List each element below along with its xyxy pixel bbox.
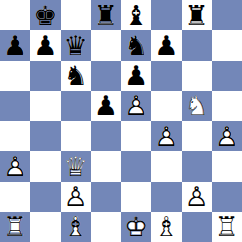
piece-outline-layer: ♟ (30, 30, 60, 60)
piece-outline-layer: ♙ (212, 121, 242, 151)
black-pawn[interactable]: ♙♟ (91, 91, 121, 121)
white-rook[interactable]: ♜♖ (212, 212, 242, 242)
square-h3[interactable] (212, 151, 242, 181)
square-g8[interactable]: ♖♜ (182, 0, 212, 30)
white-bishop[interactable]: ♝♗ (61, 212, 91, 242)
square-g2[interactable]: ♟♙ (182, 182, 212, 212)
square-f1[interactable]: ♝♗ (151, 212, 181, 242)
white-pawn[interactable]: ♟♙ (151, 121, 181, 151)
piece-outline-layer: ♙ (121, 91, 151, 121)
piece-outline-layer: ♞ (61, 61, 91, 91)
square-b4[interactable] (30, 121, 60, 151)
black-rook[interactable]: ♖♜ (91, 0, 121, 30)
white-pawn[interactable]: ♟♙ (121, 91, 151, 121)
square-h1[interactable]: ♜♖ (212, 212, 242, 242)
square-a8[interactable] (0, 0, 30, 30)
square-a4[interactable] (0, 121, 30, 151)
square-b6[interactable] (30, 61, 60, 91)
white-queen[interactable]: ♛♕ (61, 151, 91, 181)
white-bishop[interactable]: ♝♗ (151, 212, 181, 242)
square-d3[interactable] (91, 151, 121, 181)
square-d8[interactable]: ♖♜ (91, 0, 121, 30)
black-queen[interactable]: ♕♛ (61, 30, 91, 60)
piece-outline-layer: ♟ (151, 30, 181, 60)
white-king[interactable]: ♚♔ (121, 212, 151, 242)
square-c2[interactable]: ♟♙ (61, 182, 91, 212)
square-g1[interactable] (182, 212, 212, 242)
white-pawn[interactable]: ♟♙ (182, 182, 212, 212)
black-king[interactable]: ♔♚ (30, 0, 60, 30)
square-a5[interactable] (0, 91, 30, 121)
square-e4[interactable] (121, 121, 151, 151)
square-e5[interactable]: ♟♙ (121, 91, 151, 121)
square-b7[interactable]: ♙♟ (30, 30, 60, 60)
square-c4[interactable] (61, 121, 91, 151)
square-d7[interactable] (91, 30, 121, 60)
square-a7[interactable]: ♙♟ (0, 30, 30, 60)
white-pawn[interactable]: ♟♙ (0, 151, 30, 181)
square-c1[interactable]: ♝♗ (61, 212, 91, 242)
piece-outline-layer: ♔ (121, 212, 151, 242)
piece-outline-layer: ♗ (61, 212, 91, 242)
piece-outline-layer: ♚ (30, 0, 60, 30)
square-a6[interactable] (0, 61, 30, 91)
square-a2[interactable] (0, 182, 30, 212)
square-e7[interactable]: ♘♞ (121, 30, 151, 60)
piece-outline-layer: ♙ (61, 182, 91, 212)
square-g6[interactable] (182, 61, 212, 91)
square-f7[interactable]: ♙♟ (151, 30, 181, 60)
square-h8[interactable] (212, 0, 242, 30)
square-c6[interactable]: ♘♞ (61, 61, 91, 91)
piece-outline-layer: ♘ (182, 91, 212, 121)
square-g3[interactable] (182, 151, 212, 181)
black-knight[interactable]: ♘♞ (61, 61, 91, 91)
square-h5[interactable] (212, 91, 242, 121)
square-e1[interactable]: ♚♔ (121, 212, 151, 242)
square-e6[interactable]: ♙♟ (121, 61, 151, 91)
piece-outline-layer: ♖ (0, 212, 30, 242)
white-knight[interactable]: ♞♘ (182, 91, 212, 121)
square-f4[interactable]: ♟♙ (151, 121, 181, 151)
square-d2[interactable] (91, 182, 121, 212)
square-h6[interactable] (212, 61, 242, 91)
square-g5[interactable]: ♞♘ (182, 91, 212, 121)
white-pawn[interactable]: ♟♙ (61, 182, 91, 212)
square-c5[interactable] (61, 91, 91, 121)
black-pawn[interactable]: ♙♟ (0, 30, 30, 60)
square-c3[interactable]: ♛♕ (61, 151, 91, 181)
black-pawn[interactable]: ♙♟ (30, 30, 60, 60)
square-f8[interactable] (151, 0, 181, 30)
piece-outline-layer: ♖ (212, 212, 242, 242)
piece-outline-layer: ♕ (61, 151, 91, 181)
piece-outline-layer: ♗ (151, 212, 181, 242)
square-c7[interactable]: ♕♛ (61, 30, 91, 60)
piece-outline-layer: ♛ (61, 30, 91, 60)
piece-outline-layer: ♟ (0, 30, 30, 60)
square-d5[interactable]: ♙♟ (91, 91, 121, 121)
square-a3[interactable]: ♟♙ (0, 151, 30, 181)
white-pawn[interactable]: ♟♙ (212, 121, 242, 151)
square-a1[interactable]: ♜♖ (0, 212, 30, 242)
square-d1[interactable] (91, 212, 121, 242)
black-rook[interactable]: ♖♜ (182, 0, 212, 30)
square-f6[interactable] (151, 61, 181, 91)
piece-outline-layer: ♟ (91, 91, 121, 121)
square-b8[interactable]: ♔♚ (30, 0, 60, 30)
square-h2[interactable] (212, 182, 242, 212)
square-g7[interactable] (182, 30, 212, 60)
square-f2[interactable] (151, 182, 181, 212)
square-f3[interactable] (151, 151, 181, 181)
piece-outline-layer: ♟ (121, 61, 151, 91)
square-b3[interactable] (30, 151, 60, 181)
black-knight[interactable]: ♘♞ (121, 30, 151, 60)
black-pawn[interactable]: ♙♟ (121, 61, 151, 91)
square-g4[interactable] (182, 121, 212, 151)
piece-outline-layer: ♞ (121, 30, 151, 60)
square-d6[interactable] (91, 61, 121, 91)
white-rook[interactable]: ♜♖ (0, 212, 30, 242)
square-e8[interactable]: ♗♝ (121, 0, 151, 30)
square-e2[interactable] (121, 182, 151, 212)
chess-board: ♔♚♖♜♗♝♖♜♙♟♙♟♕♛♘♞♙♟♘♞♙♟♙♟♟♙♞♘♟♙♟♙♟♙♛♕♟♙♟♙… (0, 0, 242, 242)
square-b1[interactable] (30, 212, 60, 242)
piece-outline-layer: ♙ (0, 151, 30, 181)
black-pawn[interactable]: ♙♟ (151, 30, 181, 60)
piece-outline-layer: ♜ (182, 0, 212, 30)
piece-outline-layer: ♙ (151, 121, 181, 151)
square-c8[interactable] (61, 0, 91, 30)
square-b2[interactable] (30, 182, 60, 212)
square-d4[interactable] (91, 121, 121, 151)
square-e3[interactable] (121, 151, 151, 181)
square-h7[interactable] (212, 30, 242, 60)
piece-outline-layer: ♙ (182, 182, 212, 212)
square-f5[interactable] (151, 91, 181, 121)
piece-outline-layer: ♜ (91, 0, 121, 30)
square-h4[interactable]: ♟♙ (212, 121, 242, 151)
square-b5[interactable] (30, 91, 60, 121)
black-bishop[interactable]: ♗♝ (121, 0, 151, 30)
piece-outline-layer: ♝ (121, 0, 151, 30)
